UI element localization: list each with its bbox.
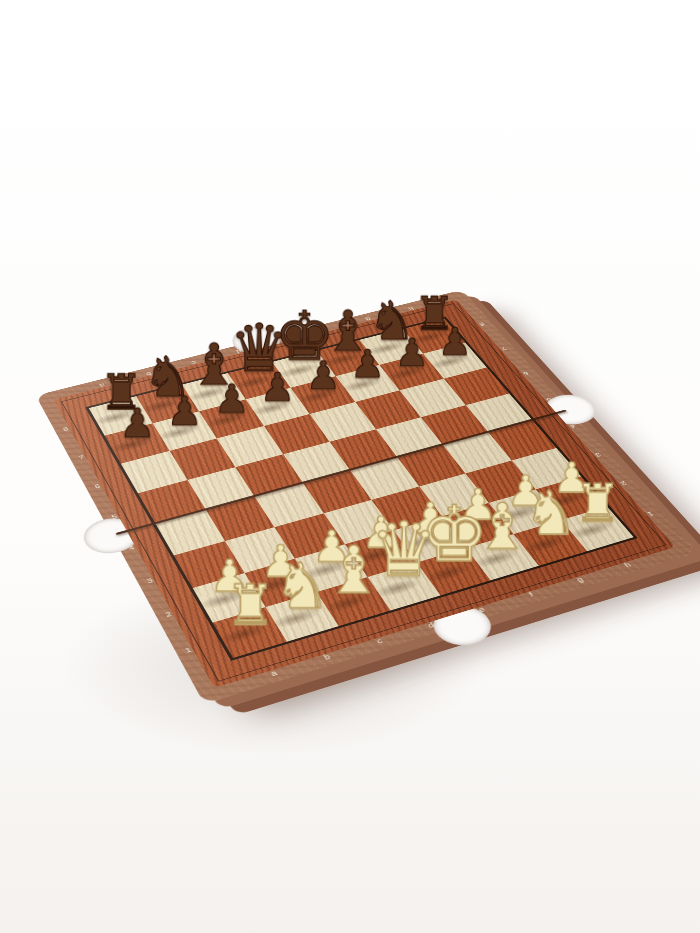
chess-board: abcdefgh abcdefgh 87654321 87654321 ♜♞♝♛… bbox=[36, 290, 698, 704]
scene: abcdefgh abcdefgh 87654321 87654321 ♜♞♝♛… bbox=[0, 0, 700, 933]
white-rook-icon: ♜ bbox=[184, 578, 317, 633]
photo-stage: abcdefgh abcdefgh 87654321 87654321 ♜♞♝♛… bbox=[0, 0, 700, 933]
